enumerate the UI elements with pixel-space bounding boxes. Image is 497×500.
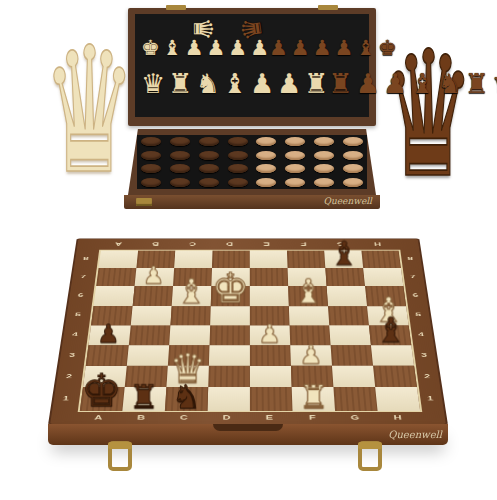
- white-pawn-piece: ♟: [300, 341, 323, 367]
- coord-label: F: [291, 415, 334, 421]
- coord-label: 1: [52, 387, 79, 409]
- coord-label: 5: [65, 305, 90, 325]
- square-c8: [174, 251, 212, 268]
- coord-label: G: [333, 415, 376, 421]
- square-a1: ♚: [80, 387, 125, 411]
- square-h4: ♝: [369, 325, 411, 345]
- coord-label: F: [285, 242, 322, 246]
- square-c1: ♞: [165, 387, 208, 411]
- coord-label: G: [322, 242, 359, 246]
- black-bishop-piece: ♝: [375, 313, 406, 348]
- dark-rook-in-case: ♜: [465, 70, 489, 97]
- white-rook-piece: ♜: [299, 380, 328, 413]
- square-f1: ♜: [292, 387, 335, 411]
- square-g7: [325, 268, 365, 286]
- square-b4: [129, 325, 171, 345]
- square-h1: [375, 387, 420, 411]
- coord-label: A: [100, 242, 138, 246]
- black-king-piece: ♚: [81, 368, 122, 413]
- square-f8: [287, 251, 325, 268]
- square-b3: [127, 345, 169, 365]
- coord-label: H: [359, 242, 397, 246]
- square-b5: [131, 306, 172, 325]
- square-d6: ♚: [211, 286, 250, 306]
- square-g1: [333, 387, 377, 411]
- coord-label: 8: [74, 250, 97, 268]
- square-d2: [208, 366, 250, 387]
- square-g8: ♝: [324, 251, 363, 268]
- white-king-piece: ♚: [212, 267, 249, 309]
- square-g5: [328, 306, 369, 325]
- white-pawn-piece: ♟: [259, 321, 282, 346]
- square-f6: ♝: [288, 286, 328, 306]
- clasp-icon: [358, 441, 382, 471]
- coord-label: H: [376, 415, 419, 421]
- white-bishop-piece: ♝: [176, 275, 206, 309]
- square-a4: ♟: [88, 325, 130, 345]
- square-e6: [250, 286, 289, 306]
- square-a7: [96, 268, 136, 286]
- square-h7: [363, 268, 403, 286]
- handle-notch: [213, 424, 283, 431]
- black-rook-piece: ♜: [129, 380, 158, 413]
- coord-label: B: [119, 415, 162, 421]
- clasp-icon: [108, 441, 132, 471]
- square-e1: [250, 387, 293, 411]
- coords-bottom: ABCDEFGH: [77, 415, 420, 421]
- square-g4: [329, 325, 371, 345]
- square-d4: [210, 325, 250, 345]
- black-pawn-piece: ♟: [97, 321, 120, 346]
- square-b7: ♟: [135, 268, 175, 286]
- coord-label: C: [174, 242, 211, 246]
- board-frame: ABCDEFGH ABCDEFGH 87654321 87654321 ♝♟♝♚…: [48, 238, 448, 425]
- chess-board: ABCDEFGH ABCDEFGH 87654321 87654321 ♝♟♝♚…: [48, 25, 448, 425]
- white-pawn-piece: ♟: [143, 263, 165, 287]
- board-grid: ♝♟♝♚♝♝♟♟♝♟♛♚♜♞♜: [78, 250, 423, 412]
- hinge-icon: [318, 5, 338, 10]
- square-d1: [207, 387, 250, 411]
- square-a6: [94, 286, 135, 306]
- coord-label: D: [211, 242, 248, 246]
- white-bishop-piece: ♝: [293, 275, 323, 309]
- square-e7: [250, 268, 288, 286]
- black-knight-piece: ♞: [172, 380, 201, 413]
- hinge-icon: [166, 5, 186, 10]
- square-f3: ♟: [290, 345, 332, 365]
- coord-label: C: [162, 415, 205, 421]
- square-c4: [169, 325, 210, 345]
- square-h3: [371, 345, 414, 365]
- square-a8: [99, 251, 139, 268]
- coord-label: B: [137, 242, 174, 246]
- square-a3: [86, 345, 129, 365]
- square-b6: [133, 286, 173, 306]
- square-g2: [332, 366, 375, 387]
- square-e2: [250, 366, 292, 387]
- coord-label: A: [77, 415, 120, 421]
- coord-label: D: [205, 415, 248, 421]
- square-e8: [250, 251, 288, 268]
- coord-label: E: [248, 415, 291, 421]
- chess-set-product-photo: ♛ ♛ ♛♛ ♚♝♟♟♟♟ ♟♟♟♟♝♚ ♛♜♞♝♟♟♜ ♜♟♟♝♞♜♛: [0, 0, 497, 500]
- coord-label: 2: [56, 366, 82, 388]
- square-d3: [209, 345, 250, 365]
- square-f5: [289, 306, 329, 325]
- square-c6: ♝: [172, 286, 212, 306]
- dark-queen-in-case: ♛: [492, 70, 497, 97]
- square-h8: [361, 251, 401, 268]
- coord-label: E: [248, 242, 285, 246]
- coords-top: ABCDEFGH: [100, 242, 397, 246]
- square-e4: ♟: [250, 325, 290, 345]
- square-g6: [327, 286, 367, 306]
- square-g3: [331, 345, 373, 365]
- coord-label: 7: [71, 268, 95, 286]
- square-e3: [250, 345, 291, 365]
- square-b1: ♜: [122, 387, 166, 411]
- coord-label: 3: [59, 345, 85, 366]
- square-h2: [373, 366, 417, 387]
- square-d5: [210, 306, 250, 325]
- coord-label: 4: [62, 325, 87, 345]
- square-c5: [170, 306, 210, 325]
- coord-label: 6: [68, 286, 92, 305]
- brand-logo: Queenwell: [388, 429, 442, 440]
- board-3d: ABCDEFGH ABCDEFGH 87654321 87654321 ♝♟♝♚…: [48, 238, 448, 425]
